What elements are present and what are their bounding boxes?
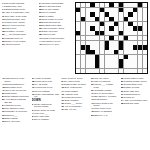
white-cell[interactable] <box>81 12 85 16</box>
white-cell[interactable] <box>114 12 118 16</box>
clue-number: 62 <box>121 96 123 98</box>
white-cell[interactable] <box>138 55 142 59</box>
white-cell[interactable] <box>86 55 90 59</box>
white-cell[interactable] <box>114 31 118 35</box>
white-cell[interactable] <box>76 26 80 30</box>
white-cell[interactable] <box>138 8 142 12</box>
white-cell[interactable] <box>76 55 80 59</box>
white-cell[interactable] <box>105 36 109 40</box>
clue-number: 31 <box>39 18 41 20</box>
clue-number: 10 <box>2 11 4 13</box>
clue-number: 22 <box>2 40 4 42</box>
white-cell[interactable] <box>95 41 99 45</box>
white-cell[interactable] <box>138 64 142 68</box>
clue-column-2: 24 Olympic fencing blade25 River through… <box>39 2 73 74</box>
white-cell[interactable] <box>143 22 147 26</box>
white-cell[interactable] <box>119 55 123 59</box>
black-cell <box>76 8 80 12</box>
white-cell[interactable] <box>105 59 109 63</box>
clue-number: 18 <box>2 30 4 32</box>
white-cell[interactable] <box>109 50 113 54</box>
white-cell[interactable] <box>138 22 142 26</box>
white-cell[interactable] <box>86 8 90 12</box>
white-cell[interactable] <box>76 3 80 7</box>
white-cell[interactable] <box>86 41 90 45</box>
clue-number: 33 <box>91 77 93 79</box>
white-cell[interactable] <box>76 22 80 26</box>
white-cell[interactable] <box>76 41 80 45</box>
white-cell[interactable] <box>90 31 94 35</box>
clue-column-1: 1 Tess creator Thomas4 Cassius Clay, now… <box>2 2 36 74</box>
white-cell[interactable] <box>76 45 80 49</box>
across-clues-top-area: 1 Tess creator Thomas4 Cassius Clay, now… <box>2 2 73 74</box>
white-cell[interactable] <box>143 12 147 16</box>
clue-column-7: 55 'Giant' author Ferber56 Tenant's mont… <box>121 77 148 148</box>
white-cell[interactable] <box>76 69 80 73</box>
black-cell <box>86 45 90 49</box>
white-cell[interactable] <box>90 69 94 73</box>
white-cell[interactable] <box>114 41 118 45</box>
black-cell <box>90 12 94 16</box>
white-cell[interactable] <box>100 17 104 21</box>
black-cell <box>95 31 99 35</box>
white-cell[interactable] <box>81 69 85 73</box>
white-cell[interactable] <box>119 36 123 40</box>
white-cell[interactable] <box>138 36 142 40</box>
clue-number: 29 <box>39 11 41 13</box>
white-cell[interactable] <box>114 3 118 7</box>
clue-number: 39 <box>91 89 93 91</box>
white-cell[interactable] <box>143 41 147 45</box>
white-cell[interactable] <box>81 50 85 54</box>
clue: 60 Language of old Rome <box>2 110 29 113</box>
white-cell[interactable] <box>100 12 104 16</box>
white-cell[interactable] <box>124 8 128 12</box>
black-cell <box>114 22 118 26</box>
white-cell[interactable] <box>81 59 85 63</box>
white-cell[interactable] <box>100 45 104 49</box>
black-cell <box>124 55 128 59</box>
white-cell[interactable] <box>100 36 104 40</box>
white-cell[interactable] <box>138 12 142 16</box>
clue-number: 67 <box>32 77 34 79</box>
white-cell[interactable] <box>114 26 118 30</box>
black-cell <box>119 8 123 12</box>
clue: 36 Mauna ___ (Hawaii peak) <box>91 83 118 88</box>
white-cell[interactable] <box>133 3 137 7</box>
white-cell[interactable] <box>100 41 104 45</box>
down-header: DOWN <box>32 99 59 102</box>
white-cell[interactable] <box>105 64 109 68</box>
clue-number: 68 <box>121 102 123 104</box>
white-cell[interactable] <box>109 45 113 49</box>
clue-number: 49 <box>2 89 4 91</box>
white-cell[interactable] <box>95 45 99 49</box>
white-cell[interactable] <box>114 59 118 63</box>
white-cell[interactable] <box>105 69 109 73</box>
clue-number: 45 <box>39 43 41 45</box>
clue-number: 69 <box>32 83 34 85</box>
white-cell[interactable] <box>128 3 132 7</box>
white-cell[interactable] <box>138 31 142 35</box>
white-cell[interactable] <box>81 31 85 35</box>
clue-number: 55 <box>121 77 123 79</box>
white-cell[interactable] <box>86 59 90 63</box>
clue: 45 Colored eye layer <box>39 43 73 46</box>
white-cell[interactable] <box>105 3 109 7</box>
white-cell[interactable] <box>90 64 94 68</box>
black-cell <box>119 45 123 49</box>
white-cell[interactable] <box>114 17 118 21</box>
black-cell <box>119 64 123 68</box>
white-cell[interactable] <box>109 22 113 26</box>
clue: 2 'On the Waterfront' director Kazan <box>32 103 59 108</box>
black-cell <box>100 22 104 26</box>
clue-number: 46 <box>2 77 4 79</box>
clue-number: 40 <box>91 92 93 94</box>
black-cell <box>138 45 142 49</box>
clue-number: 15 <box>61 93 63 95</box>
clue-number: 53 <box>91 114 93 116</box>
white-cell[interactable] <box>90 59 94 63</box>
clue-number: 71 <box>32 90 34 92</box>
white-cell[interactable] <box>76 64 80 68</box>
white-cell[interactable] <box>128 31 132 35</box>
white-cell[interactable] <box>133 41 137 45</box>
black-cell <box>119 59 123 63</box>
white-cell[interactable] <box>114 45 118 49</box>
clue-number: 54 <box>2 104 4 106</box>
white-cell[interactable] <box>109 59 113 63</box>
white-cell[interactable] <box>86 22 90 26</box>
black-cell <box>100 31 104 35</box>
white-cell[interactable] <box>133 22 137 26</box>
white-cell[interactable] <box>119 26 123 30</box>
black-cell <box>133 45 137 49</box>
white-cell[interactable] <box>128 50 132 54</box>
clue-column-4: 67 Veggie in gumbo68 Knock off for a bit… <box>32 77 59 148</box>
white-cell[interactable] <box>133 36 137 40</box>
white-cell[interactable] <box>128 45 132 49</box>
clue-number: 38 <box>39 33 41 35</box>
white-cell[interactable] <box>81 64 85 68</box>
white-cell[interactable] <box>100 50 104 54</box>
white-cell[interactable] <box>138 69 142 73</box>
white-cell[interactable] <box>109 55 113 59</box>
clue-number: 6 <box>32 118 33 120</box>
clue-number: 27 <box>61 108 63 110</box>
clue-number: 17 <box>61 96 63 98</box>
clue-number: 66 <box>2 120 4 122</box>
clue-number: 37 <box>39 30 41 32</box>
clue: 72 Finally understands, with 'on' <box>32 93 59 98</box>
white-cell[interactable] <box>119 22 123 26</box>
white-cell[interactable] <box>86 69 90 73</box>
black-cell <box>90 3 94 7</box>
white-cell[interactable] <box>105 26 109 30</box>
white-cell[interactable] <box>143 26 147 30</box>
white-cell[interactable] <box>81 26 85 30</box>
black-cell <box>143 45 147 49</box>
white-cell[interactable] <box>86 12 90 16</box>
white-cell[interactable] <box>143 59 147 63</box>
clue: 46 Watering hole in the dunes <box>2 77 29 82</box>
white-cell[interactable] <box>133 69 137 73</box>
white-cell[interactable] <box>124 69 128 73</box>
black-cell <box>105 12 109 16</box>
white-cell[interactable] <box>105 17 109 21</box>
white-cell[interactable] <box>90 41 94 45</box>
clue-number: 65 <box>2 117 4 119</box>
white-cell[interactable] <box>100 3 104 7</box>
clue-number: 26 <box>61 105 63 107</box>
white-cell[interactable] <box>124 45 128 49</box>
white-cell[interactable] <box>114 55 118 59</box>
white-cell[interactable] <box>133 50 137 54</box>
black-cell <box>128 22 132 26</box>
white-cell[interactable] <box>81 8 85 12</box>
clue-number: 21 <box>2 37 4 39</box>
clue-column-6: 33 Way off yonder34 Part of a camera36 M… <box>91 77 118 148</box>
white-cell[interactable] <box>95 3 99 7</box>
clue-number: 34 <box>91 80 93 82</box>
white-cell[interactable] <box>81 36 85 40</box>
clue: 23 Afternoon brew <box>2 43 36 46</box>
white-cell[interactable] <box>86 31 90 35</box>
white-cell[interactable] <box>133 59 137 63</box>
clue-number: 14 <box>61 90 63 92</box>
white-cell[interactable] <box>128 36 132 40</box>
white-cell[interactable] <box>133 17 137 21</box>
black-cell <box>81 17 85 21</box>
clue-number: 7 <box>2 8 3 10</box>
white-cell[interactable] <box>128 55 132 59</box>
white-cell[interactable] <box>100 69 104 73</box>
white-cell[interactable] <box>128 59 132 63</box>
black-cell <box>95 64 99 68</box>
clue-number: 23 <box>2 43 4 45</box>
black-cell <box>81 45 85 49</box>
white-cell[interactable] <box>124 41 128 45</box>
white-cell[interactable] <box>90 22 94 26</box>
clue-number: 12 <box>61 86 63 88</box>
white-cell[interactable] <box>133 55 137 59</box>
black-cell <box>124 36 128 40</box>
white-cell[interactable] <box>124 26 128 30</box>
white-cell[interactable] <box>105 55 109 59</box>
white-cell[interactable] <box>128 17 132 21</box>
white-cell[interactable] <box>95 69 99 73</box>
clue-column-5: 7 E.R. workers, briefly8 Coll. cadet cor… <box>61 77 88 148</box>
white-cell[interactable] <box>86 26 90 30</box>
clue-number: 16 <box>2 27 4 29</box>
black-cell <box>86 50 90 54</box>
white-cell[interactable] <box>133 31 137 35</box>
clue-number: 15 <box>2 24 4 26</box>
white-cell[interactable] <box>81 41 85 45</box>
white-cell[interactable] <box>128 8 132 12</box>
white-cell[interactable] <box>143 3 147 7</box>
clue-number: 56 <box>2 107 4 109</box>
white-cell[interactable] <box>143 55 147 59</box>
white-cell[interactable] <box>143 31 147 35</box>
clue-number: 56 <box>121 80 123 82</box>
clue-number: 57 <box>121 83 123 85</box>
clue-number: 1 <box>2 2 3 4</box>
white-cell[interactable] <box>95 12 99 16</box>
clue-number: 72 <box>32 93 34 95</box>
black-cell <box>95 55 99 59</box>
white-cell[interactable] <box>90 8 94 12</box>
black-cell <box>138 3 142 7</box>
clue-number: 19 <box>61 99 63 101</box>
white-cell[interactable] <box>100 64 104 68</box>
white-cell[interactable] <box>100 55 104 59</box>
white-cell[interactable] <box>100 59 104 63</box>
white-cell[interactable] <box>109 8 113 12</box>
white-cell[interactable] <box>105 31 109 35</box>
clue: 3 Muddy home for hogs <box>32 109 59 112</box>
white-cell[interactable] <box>90 45 94 49</box>
clue: 68 Sushi-bar eggs <box>121 102 148 105</box>
white-cell[interactable] <box>138 41 142 45</box>
white-cell[interactable] <box>95 50 99 54</box>
white-cell[interactable] <box>100 26 104 30</box>
clue-number: 36 <box>91 83 93 85</box>
white-cell[interactable] <box>143 17 147 21</box>
clue-number: 44 <box>39 40 41 42</box>
clue-number: 7 <box>61 77 62 79</box>
white-cell[interactable] <box>76 59 80 63</box>
white-cell[interactable] <box>143 50 147 54</box>
clue: 53 Black ice, e.g. <box>91 114 118 117</box>
clue-number: 20 <box>2 33 4 35</box>
white-cell[interactable] <box>86 17 90 21</box>
clue-column-3: 46 Watering hole in the dunes47 Spring-p… <box>2 77 29 148</box>
clue-number: 63 <box>2 114 4 116</box>
white-cell[interactable] <box>105 22 109 26</box>
black-cell <box>133 26 137 30</box>
black-cell <box>133 8 137 12</box>
white-cell[interactable] <box>86 36 90 40</box>
clue-number: 41 <box>39 37 41 39</box>
white-cell[interactable] <box>119 69 123 73</box>
white-cell[interactable] <box>86 64 90 68</box>
white-cell[interactable] <box>138 59 142 63</box>
white-cell[interactable] <box>124 31 128 35</box>
black-cell <box>95 59 99 63</box>
white-cell[interactable] <box>133 64 137 68</box>
white-cell[interactable] <box>128 64 132 68</box>
white-cell[interactable] <box>138 50 142 54</box>
clue-number: 35 <box>39 27 41 29</box>
black-cell <box>95 17 99 21</box>
white-cell[interactable] <box>90 17 94 21</box>
clue-number: 70 <box>32 86 34 88</box>
black-cell <box>105 41 109 45</box>
white-cell[interactable] <box>128 69 132 73</box>
clue-number: 41 <box>91 95 93 97</box>
white-cell[interactable] <box>109 69 113 73</box>
white-cell[interactable] <box>109 12 113 16</box>
clue-number: 3 <box>32 109 33 111</box>
white-cell[interactable] <box>95 36 99 40</box>
white-cell[interactable] <box>124 59 128 63</box>
white-cell[interactable] <box>124 3 128 7</box>
black-cell <box>119 41 123 45</box>
white-cell[interactable] <box>95 8 99 12</box>
crossword-grid <box>75 2 148 74</box>
white-cell[interactable] <box>143 8 147 12</box>
white-cell[interactable] <box>81 22 85 26</box>
clue-number: 5 <box>32 115 33 117</box>
white-cell[interactable] <box>124 22 128 26</box>
clue-number: 13 <box>2 18 4 20</box>
white-cell[interactable] <box>114 69 118 73</box>
white-cell[interactable] <box>138 17 142 21</box>
white-cell[interactable] <box>133 12 137 16</box>
white-cell[interactable] <box>76 17 80 21</box>
white-cell[interactable] <box>76 50 80 54</box>
black-cell <box>128 12 132 16</box>
white-cell[interactable] <box>109 31 113 35</box>
white-cell[interactable] <box>86 3 90 7</box>
white-cell[interactable] <box>124 64 128 68</box>
white-cell[interactable] <box>128 41 132 45</box>
white-cell[interactable] <box>124 12 128 16</box>
clue-number: 61 <box>121 93 123 95</box>
white-cell[interactable] <box>119 17 123 21</box>
white-cell[interactable] <box>114 64 118 68</box>
clue: 43 Topper south of the border <box>91 102 118 107</box>
white-cell[interactable] <box>143 64 147 68</box>
white-cell[interactable] <box>81 3 85 7</box>
white-cell[interactable] <box>114 8 118 12</box>
white-cell[interactable] <box>76 12 80 16</box>
white-cell[interactable] <box>114 36 118 40</box>
white-cell[interactable] <box>95 26 99 30</box>
white-cell[interactable] <box>105 50 109 54</box>
clue-number: 32 <box>39 21 41 23</box>
white-cell[interactable] <box>143 69 147 73</box>
clue-number: 8 <box>61 80 62 82</box>
black-cell <box>109 26 113 30</box>
white-cell[interactable] <box>124 50 128 54</box>
white-cell[interactable] <box>119 12 123 16</box>
white-cell[interactable] <box>109 41 113 45</box>
clues-bottom-area: 46 Watering hole in the dunes47 Spring-p… <box>2 77 148 148</box>
white-cell[interactable] <box>109 64 113 68</box>
white-cell[interactable] <box>128 26 132 30</box>
clue-number: 20 <box>61 102 63 104</box>
white-cell[interactable] <box>143 36 147 40</box>
white-cell[interactable] <box>90 55 94 59</box>
white-cell[interactable] <box>105 8 109 12</box>
white-cell[interactable] <box>95 22 99 26</box>
clue-number: 68 <box>32 80 34 82</box>
clue-number: 4 <box>2 5 3 7</box>
black-cell <box>90 26 94 30</box>
clue-number: 30 <box>39 15 41 17</box>
white-cell[interactable] <box>90 36 94 40</box>
white-cell[interactable] <box>76 36 80 40</box>
white-cell[interactable] <box>81 55 85 59</box>
clue-number: 48 <box>2 86 4 88</box>
white-cell[interactable] <box>119 50 123 54</box>
clue-number: 4 <box>32 112 33 114</box>
clue-number: 43 <box>91 102 93 104</box>
clue: 27 Sgt., for one <box>61 108 88 111</box>
